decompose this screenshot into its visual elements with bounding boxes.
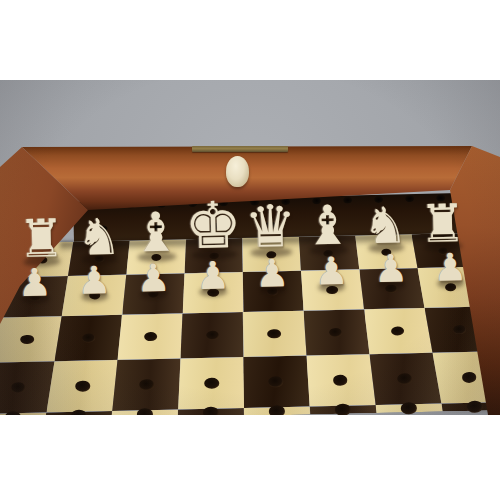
photo-letterbox-canvas: ♜♞♝♚♛♝♞♜♟♟♟♟♟♟♟♟ bbox=[0, 0, 500, 500]
piece-white-pawn-d2[interactable]: ♟ bbox=[255, 254, 290, 293]
piece-white-pawn-g2[interactable]: ♟ bbox=[77, 261, 112, 300]
brass-hinge bbox=[192, 146, 288, 152]
piece-white-pawn-e2[interactable]: ♟ bbox=[195, 256, 230, 295]
travel-chess-set-photo: ♜♞♝♚♛♝♞♜♟♟♟♟♟♟♟♟ bbox=[0, 80, 500, 415]
piece-white-knight-g1[interactable]: ♞ bbox=[76, 212, 122, 263]
piece-white-rook-a1[interactable]: ♜ bbox=[419, 196, 467, 249]
spare-bone-piece bbox=[226, 156, 249, 187]
piece-white-pawn-h2[interactable]: ♟ bbox=[17, 263, 52, 302]
piece-white-knight-b1[interactable]: ♞ bbox=[362, 201, 408, 252]
scene: ♜♞♝♚♛♝♞♜♟♟♟♟♟♟♟♟ bbox=[0, 80, 500, 415]
piece-white-pawn-f2[interactable]: ♟ bbox=[136, 259, 171, 298]
piece-white-pawn-c2[interactable]: ♟ bbox=[314, 252, 349, 291]
piece-white-pawn-b2[interactable]: ♟ bbox=[373, 250, 408, 289]
piece-white-king-e1[interactable]: ♚ bbox=[184, 193, 243, 258]
piece-white-bishop-c1[interactable]: ♝ bbox=[303, 199, 353, 254]
piece-white-pawn-a2[interactable]: ♟ bbox=[433, 247, 468, 286]
piece-white-queen-d1[interactable]: ♛ bbox=[244, 197, 297, 256]
chess-pieces-layer: ♜♞♝♚♛♝♞♜♟♟♟♟♟♟♟♟ bbox=[0, 80, 500, 415]
piece-white-rook-h1[interactable]: ♜ bbox=[18, 212, 66, 265]
piece-white-bishop-f1[interactable]: ♝ bbox=[131, 206, 181, 261]
